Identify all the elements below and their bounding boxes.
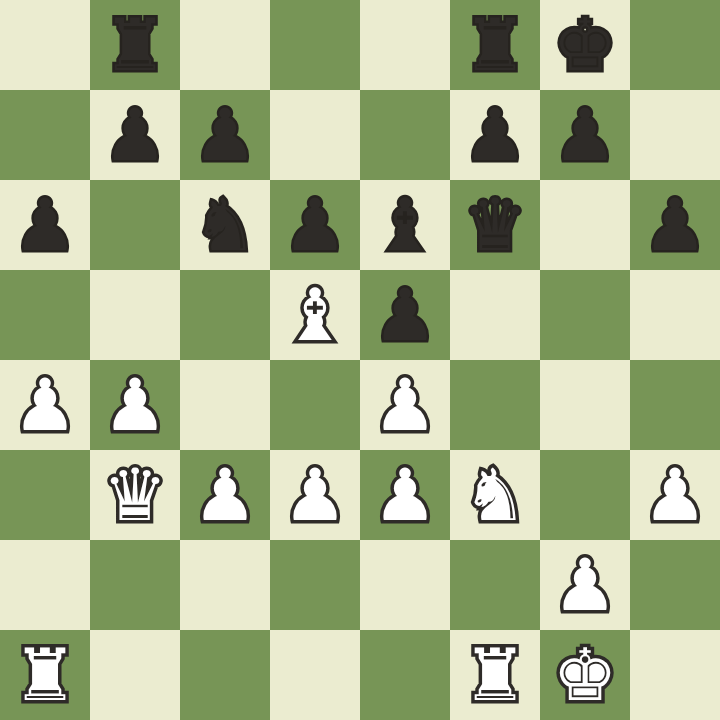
piece-white-pawn[interactable]: ♟♟: [630, 450, 720, 540]
square-f5[interactable]: [450, 270, 540, 360]
black-rook-icon: ♜: [90, 0, 180, 90]
piece-white-pawn[interactable]: ♟♟: [360, 360, 450, 450]
piece-white-knight[interactable]: ♞♞: [450, 450, 540, 540]
square-d2[interactable]: [270, 540, 360, 630]
chess-board: ♜♜♜♜♚♚♟♟♟♟♟♟♟♟♟♟♞♞♟♟♝♝♛♛♟♟♝♝♟♟♟♟♟♟♟♟♛♛♟♟…: [0, 0, 720, 720]
piece-white-pawn[interactable]: ♟♟: [270, 450, 360, 540]
white-king-icon: ♚: [540, 630, 630, 720]
black-pawn-icon: ♟: [180, 90, 270, 180]
square-a3[interactable]: [0, 450, 90, 540]
black-pawn-icon: ♟: [630, 180, 720, 270]
square-h5[interactable]: [630, 270, 720, 360]
square-a7[interactable]: [0, 90, 90, 180]
piece-white-queen[interactable]: ♛♛: [90, 450, 180, 540]
black-pawn-icon: ♟: [360, 270, 450, 360]
white-pawn-icon: ♟: [90, 360, 180, 450]
square-g4[interactable]: [540, 360, 630, 450]
square-a2[interactable]: [0, 540, 90, 630]
square-g6[interactable]: [540, 180, 630, 270]
square-h3[interactable]: ♟♟: [630, 450, 720, 540]
square-h7[interactable]: [630, 90, 720, 180]
piece-black-pawn[interactable]: ♟♟: [270, 180, 360, 270]
square-c3[interactable]: ♟♟: [180, 450, 270, 540]
square-c7[interactable]: ♟♟: [180, 90, 270, 180]
black-bishop-icon: ♝: [360, 180, 450, 270]
square-d7[interactable]: [270, 90, 360, 180]
square-g7[interactable]: ♟♟: [540, 90, 630, 180]
square-d6[interactable]: ♟♟: [270, 180, 360, 270]
square-f4[interactable]: [450, 360, 540, 450]
square-f1[interactable]: ♜♜: [450, 630, 540, 720]
piece-white-pawn[interactable]: ♟♟: [0, 360, 90, 450]
black-queen-icon: ♛: [450, 180, 540, 270]
square-f6[interactable]: ♛♛: [450, 180, 540, 270]
piece-black-pawn[interactable]: ♟♟: [90, 90, 180, 180]
piece-white-pawn[interactable]: ♟♟: [540, 540, 630, 630]
piece-white-pawn[interactable]: ♟♟: [180, 450, 270, 540]
piece-black-pawn[interactable]: ♟♟: [0, 180, 90, 270]
square-e6[interactable]: ♝♝: [360, 180, 450, 270]
piece-black-queen[interactable]: ♛♛: [450, 180, 540, 270]
square-h4[interactable]: [630, 360, 720, 450]
square-e4[interactable]: ♟♟: [360, 360, 450, 450]
piece-white-bishop[interactable]: ♝♝: [270, 270, 360, 360]
square-a4[interactable]: ♟♟: [0, 360, 90, 450]
black-king-icon: ♚: [540, 0, 630, 90]
square-h8[interactable]: [630, 0, 720, 90]
white-pawn-icon: ♟: [540, 540, 630, 630]
square-c8[interactable]: [180, 0, 270, 90]
square-d4[interactable]: [270, 360, 360, 450]
piece-black-pawn[interactable]: ♟♟: [360, 270, 450, 360]
square-d1[interactable]: [270, 630, 360, 720]
white-knight-icon: ♞: [450, 450, 540, 540]
piece-white-pawn[interactable]: ♟♟: [90, 360, 180, 450]
piece-black-pawn[interactable]: ♟♟: [630, 180, 720, 270]
square-g2[interactable]: ♟♟: [540, 540, 630, 630]
white-rook-icon: ♜: [0, 630, 90, 720]
square-e7[interactable]: [360, 90, 450, 180]
black-pawn-icon: ♟: [540, 90, 630, 180]
square-b6[interactable]: [90, 180, 180, 270]
square-c2[interactable]: [180, 540, 270, 630]
square-b7[interactable]: ♟♟: [90, 90, 180, 180]
black-pawn-icon: ♟: [0, 180, 90, 270]
square-c4[interactable]: [180, 360, 270, 450]
square-e2[interactable]: [360, 540, 450, 630]
square-b3[interactable]: ♛♛: [90, 450, 180, 540]
piece-black-pawn[interactable]: ♟♟: [540, 90, 630, 180]
square-a1[interactable]: ♜♜: [0, 630, 90, 720]
piece-black-bishop[interactable]: ♝♝: [360, 180, 450, 270]
square-a5[interactable]: [0, 270, 90, 360]
white-pawn-icon: ♟: [360, 360, 450, 450]
square-e8[interactable]: [360, 0, 450, 90]
square-e3[interactable]: ♟♟: [360, 450, 450, 540]
square-c6[interactable]: ♞♞: [180, 180, 270, 270]
square-h1[interactable]: [630, 630, 720, 720]
piece-white-pawn[interactable]: ♟♟: [360, 450, 450, 540]
piece-white-rook[interactable]: ♜♜: [450, 630, 540, 720]
square-f8[interactable]: ♜♜: [450, 0, 540, 90]
white-rook-icon: ♜: [450, 630, 540, 720]
square-b5[interactable]: [90, 270, 180, 360]
square-h2[interactable]: [630, 540, 720, 630]
square-g8[interactable]: ♚♚: [540, 0, 630, 90]
piece-white-rook[interactable]: ♜♜: [0, 630, 90, 720]
square-h6[interactable]: ♟♟: [630, 180, 720, 270]
square-b1[interactable]: [90, 630, 180, 720]
piece-black-king[interactable]: ♚♚: [540, 0, 630, 90]
square-g3[interactable]: [540, 450, 630, 540]
square-f7[interactable]: ♟♟: [450, 90, 540, 180]
white-bishop-icon: ♝: [270, 270, 360, 360]
square-b8[interactable]: ♜♜: [90, 0, 180, 90]
black-knight-icon: ♞: [180, 180, 270, 270]
square-d3[interactable]: ♟♟: [270, 450, 360, 540]
white-pawn-icon: ♟: [630, 450, 720, 540]
square-c1[interactable]: [180, 630, 270, 720]
square-g5[interactable]: [540, 270, 630, 360]
square-e5[interactable]: ♟♟: [360, 270, 450, 360]
square-d5[interactable]: ♝♝: [270, 270, 360, 360]
white-pawn-icon: ♟: [180, 450, 270, 540]
piece-black-rook[interactable]: ♜♜: [450, 0, 540, 90]
black-pawn-icon: ♟: [90, 90, 180, 180]
square-a8[interactable]: [0, 0, 90, 90]
piece-black-rook[interactable]: ♜♜: [90, 0, 180, 90]
square-c5[interactable]: [180, 270, 270, 360]
square-e1[interactable]: [360, 630, 450, 720]
piece-black-knight[interactable]: ♞♞: [180, 180, 270, 270]
square-f3[interactable]: ♞♞: [450, 450, 540, 540]
black-pawn-icon: ♟: [450, 90, 540, 180]
black-rook-icon: ♜: [450, 0, 540, 90]
white-queen-icon: ♛: [90, 450, 180, 540]
piece-white-king[interactable]: ♚♚: [540, 630, 630, 720]
square-a6[interactable]: ♟♟: [0, 180, 90, 270]
square-d8[interactable]: [270, 0, 360, 90]
piece-black-pawn[interactable]: ♟♟: [450, 90, 540, 180]
black-pawn-icon: ♟: [270, 180, 360, 270]
square-g1[interactable]: ♚♚: [540, 630, 630, 720]
white-pawn-icon: ♟: [0, 360, 90, 450]
square-b2[interactable]: [90, 540, 180, 630]
white-pawn-icon: ♟: [360, 450, 450, 540]
piece-black-pawn[interactable]: ♟♟: [180, 90, 270, 180]
white-pawn-icon: ♟: [270, 450, 360, 540]
square-f2[interactable]: [450, 540, 540, 630]
square-b4[interactable]: ♟♟: [90, 360, 180, 450]
